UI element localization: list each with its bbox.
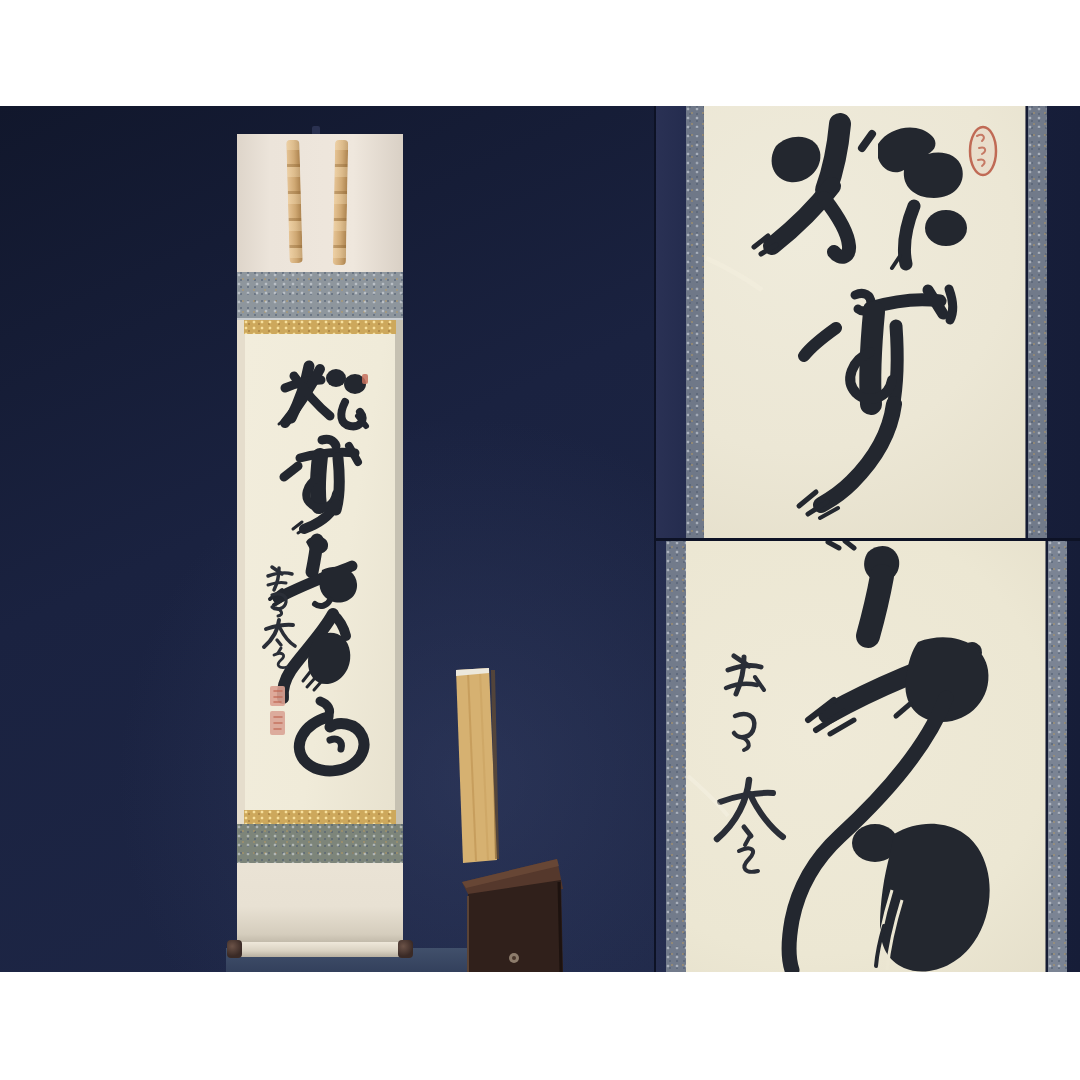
brocade-band-bottom [237, 824, 403, 863]
panel-detail-lower [656, 540, 1080, 972]
mount-column-right [395, 320, 403, 863]
detail-lower-brocade-left [666, 540, 686, 972]
detail-upper-brocade-left [686, 106, 704, 540]
roller-knob-right [398, 940, 413, 958]
box-knob [509, 953, 519, 963]
panel-detail-upper [656, 106, 1080, 540]
detail-upper-brocade-right [1028, 106, 1047, 540]
detail-lower-paper [686, 540, 1046, 972]
panel-full-scroll [0, 106, 656, 972]
scroll-top-section [237, 134, 403, 272]
brocade-band-top [237, 272, 403, 320]
panel-seam-horizontal [656, 538, 1080, 541]
photo-collage: 松無古今色 紫野太玄 [0, 106, 1080, 972]
storage-box [462, 859, 563, 972]
detail-lower-brocade-right [1048, 540, 1067, 972]
gold-band-lower [244, 810, 396, 824]
gold-band-upper [244, 320, 396, 334]
futai-strip-right [333, 140, 348, 265]
box-lid [456, 668, 497, 863]
calligraphy-paper [245, 334, 395, 810]
scroll-roller [237, 942, 403, 957]
scroll-bottom-section [237, 863, 403, 942]
detail-upper-paper [704, 106, 1026, 540]
roller-knob-left [227, 940, 242, 958]
mount-column-left [237, 320, 245, 863]
